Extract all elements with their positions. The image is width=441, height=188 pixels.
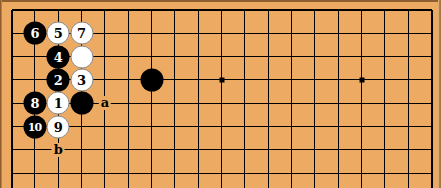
grid-line-v — [104, 10, 105, 22]
grid-line-v — [268, 115, 269, 138]
intersection[interactable] — [327, 92, 350, 115]
intersection[interactable] — [233, 162, 256, 185]
grid-line-v — [408, 45, 409, 68]
intersection[interactable] — [257, 45, 280, 68]
intersection[interactable] — [233, 138, 256, 161]
intersection[interactable] — [350, 92, 373, 115]
intersection[interactable] — [233, 0, 256, 22]
intersection[interactable] — [420, 68, 441, 91]
black-stone: 8 — [23, 92, 46, 115]
grid-line-v — [151, 45, 152, 68]
grid-line-v — [128, 138, 129, 161]
grid-line-v — [338, 10, 339, 22]
intersection[interactable] — [327, 138, 350, 161]
intersection: 10 — [23, 115, 46, 138]
grid-line-v — [361, 185, 362, 188]
intersection[interactable] — [257, 68, 280, 91]
intersection[interactable] — [397, 162, 420, 185]
intersection[interactable] — [303, 162, 326, 185]
grid-line-v — [268, 22, 269, 45]
intersection[interactable] — [397, 92, 420, 115]
intersection[interactable] — [350, 0, 373, 22]
intersection[interactable] — [23, 45, 46, 68]
intersection[interactable] — [280, 22, 303, 45]
intersection[interactable] — [373, 45, 396, 68]
grid-line-v — [104, 185, 105, 188]
goban-grid: 65742381a109b — [0, 0, 441, 188]
intersection[interactable] — [233, 185, 256, 188]
grid-line-v — [11, 92, 13, 115]
black-stone — [70, 92, 93, 115]
intersection[interactable] — [47, 185, 70, 188]
intersection[interactable] — [303, 68, 326, 91]
intersection[interactable] — [257, 0, 280, 22]
grid-line-v — [81, 185, 82, 188]
grid-line-v — [151, 138, 152, 161]
intersection[interactable] — [23, 138, 46, 161]
white-stone — [70, 45, 93, 68]
star-point — [359, 77, 364, 82]
intersection[interactable] — [350, 68, 373, 91]
grid-line-v — [408, 185, 409, 188]
intersection[interactable] — [70, 138, 93, 161]
intersection[interactable] — [280, 185, 303, 188]
intersection[interactable] — [210, 22, 233, 45]
intersection[interactable] — [93, 138, 116, 161]
intersection[interactable] — [397, 0, 420, 22]
intersection[interactable] — [280, 0, 303, 22]
white-stone: 9 — [47, 115, 70, 138]
intersection[interactable] — [350, 185, 373, 188]
grid-line-v — [361, 10, 362, 22]
black-stone: 6 — [23, 22, 46, 45]
intersection[interactable]: b — [47, 138, 70, 161]
intersection[interactable] — [210, 92, 233, 115]
intersection[interactable] — [0, 115, 23, 138]
intersection[interactable] — [187, 115, 210, 138]
intersection[interactable] — [210, 138, 233, 161]
intersection[interactable] — [163, 68, 186, 91]
grid-line-h — [12, 9, 24, 11]
intersection[interactable] — [187, 138, 210, 161]
grid-line-v — [384, 10, 385, 22]
intersection: 2 — [47, 68, 70, 91]
intersection[interactable] — [93, 22, 116, 45]
grid-line-v — [104, 45, 105, 68]
intersection[interactable] — [163, 0, 186, 22]
grid-line-v — [431, 45, 433, 68]
grid-line-v — [221, 45, 222, 68]
grid-line-v — [338, 162, 339, 185]
intersection[interactable] — [280, 45, 303, 68]
grid-line-h — [12, 149, 24, 150]
grid-line-v — [221, 185, 222, 188]
grid-line-h — [12, 33, 24, 34]
grid-line-v — [291, 45, 292, 68]
point-label: a — [99, 96, 111, 110]
intersection[interactable] — [420, 185, 441, 188]
intersection[interactable] — [117, 22, 140, 45]
intersection[interactable] — [257, 138, 280, 161]
intersection[interactable] — [350, 22, 373, 45]
grid-line-v — [81, 10, 82, 22]
intersection[interactable] — [117, 92, 140, 115]
grid-line-v — [58, 162, 59, 185]
grid-line-v — [408, 162, 409, 185]
intersection[interactable]: a — [93, 92, 116, 115]
intersection[interactable] — [140, 92, 163, 115]
intersection[interactable] — [187, 162, 210, 185]
intersection[interactable] — [187, 22, 210, 45]
intersection[interactable] — [23, 162, 46, 185]
intersection[interactable] — [140, 162, 163, 185]
intersection[interactable] — [0, 0, 23, 22]
grid-line-v — [431, 162, 433, 185]
intersection[interactable] — [117, 162, 140, 185]
grid-line-v — [361, 45, 362, 68]
grid-line-v — [268, 185, 269, 188]
grid-line-v — [408, 22, 409, 45]
intersection[interactable] — [397, 45, 420, 68]
intersection[interactable] — [373, 68, 396, 91]
intersection[interactable] — [210, 185, 233, 188]
intersection[interactable] — [93, 185, 116, 188]
grid-line-v — [34, 45, 35, 68]
intersection[interactable] — [93, 68, 116, 91]
grid-line-v — [361, 115, 362, 138]
grid-line-h — [12, 56, 24, 57]
grid-line-v — [291, 22, 292, 45]
grid-line-v — [198, 162, 199, 185]
intersection[interactable] — [420, 0, 441, 22]
intersection[interactable] — [233, 45, 256, 68]
intersection: 6 — [23, 22, 46, 45]
intersection[interactable] — [373, 0, 396, 22]
intersection[interactable] — [140, 45, 163, 68]
grid-line-v — [431, 115, 433, 138]
intersection[interactable] — [23, 185, 46, 188]
intersection[interactable] — [93, 45, 116, 68]
grid-line-v — [198, 92, 199, 115]
grid-line-v — [291, 10, 292, 22]
intersection[interactable] — [233, 115, 256, 138]
intersection[interactable] — [210, 0, 233, 22]
grid-line-v — [174, 45, 175, 68]
white-stone: 7 — [70, 22, 93, 45]
intersection[interactable] — [117, 0, 140, 22]
intersection[interactable] — [420, 162, 441, 185]
intersection[interactable] — [163, 185, 186, 188]
intersection[interactable] — [303, 92, 326, 115]
grid-line-v — [34, 68, 35, 91]
intersection[interactable] — [140, 115, 163, 138]
intersection[interactable] — [303, 0, 326, 22]
intersection[interactable] — [303, 45, 326, 68]
intersection[interactable] — [117, 185, 140, 188]
grid-line-h — [12, 79, 24, 80]
intersection[interactable] — [187, 68, 210, 91]
intersection[interactable] — [163, 92, 186, 115]
intersection[interactable] — [373, 115, 396, 138]
grid-line-v — [151, 10, 152, 22]
grid-line-h — [12, 126, 24, 127]
grid-line-v — [384, 92, 385, 115]
grid-line-v — [128, 22, 129, 45]
grid-line-v — [268, 45, 269, 68]
intersection[interactable] — [140, 0, 163, 22]
grid-line-v — [314, 68, 315, 91]
intersection[interactable] — [420, 115, 441, 138]
intersection[interactable] — [0, 138, 23, 161]
intersection[interactable] — [233, 92, 256, 115]
intersection[interactable] — [0, 22, 23, 45]
grid-line-v — [244, 68, 245, 91]
intersection[interactable] — [257, 162, 280, 185]
intersection[interactable] — [420, 45, 441, 68]
white-stone: 5 — [47, 22, 70, 45]
intersection — [140, 68, 163, 91]
intersection[interactable] — [327, 162, 350, 185]
grid-line-v — [291, 138, 292, 161]
grid-line-v — [198, 115, 199, 138]
intersection[interactable] — [350, 45, 373, 68]
intersection[interactable] — [280, 115, 303, 138]
grid-line-v — [34, 162, 35, 185]
white-stone: 1 — [47, 92, 70, 115]
intersection[interactable] — [303, 185, 326, 188]
grid-line-v — [408, 68, 409, 91]
intersection: 5 — [47, 22, 70, 45]
grid-line-v — [104, 115, 105, 138]
grid-line-v — [11, 162, 13, 185]
grid-line-v — [198, 68, 199, 91]
intersection[interactable] — [140, 22, 163, 45]
grid-line-v — [314, 92, 315, 115]
intersection[interactable] — [257, 185, 280, 188]
intersection[interactable] — [397, 138, 420, 161]
grid-line-v — [174, 115, 175, 138]
intersection — [70, 92, 93, 115]
grid-line-v — [34, 10, 35, 22]
grid-line-v — [431, 68, 433, 91]
grid-line-v — [244, 10, 245, 22]
grid-line-v — [151, 185, 152, 188]
grid-line-v — [128, 92, 129, 115]
white-stone: 3 — [70, 68, 93, 91]
grid-line-v — [34, 138, 35, 161]
grid-line-v — [431, 185, 433, 188]
intersection[interactable] — [210, 45, 233, 68]
intersection[interactable] — [23, 0, 46, 22]
star-point — [219, 77, 224, 82]
intersection[interactable] — [373, 138, 396, 161]
intersection[interactable] — [187, 0, 210, 22]
grid-line-v — [361, 138, 362, 161]
grid-line-v — [104, 68, 105, 91]
grid-line-v — [151, 162, 152, 185]
grid-line-v — [58, 10, 59, 22]
grid-line-v — [314, 22, 315, 45]
intersection[interactable] — [327, 22, 350, 45]
grid-line-v — [314, 45, 315, 68]
intersection[interactable] — [397, 115, 420, 138]
intersection[interactable] — [0, 162, 23, 185]
intersection[interactable] — [0, 92, 23, 115]
intersection — [70, 45, 93, 68]
intersection[interactable] — [373, 92, 396, 115]
grid-line-v — [384, 115, 385, 138]
grid-line-v — [58, 185, 59, 188]
grid-line-v — [11, 10, 13, 22]
black-stone: 10 — [23, 115, 46, 138]
grid-line-h — [12, 103, 24, 104]
intersection[interactable] — [373, 185, 396, 188]
intersection[interactable] — [210, 162, 233, 185]
intersection[interactable] — [280, 162, 303, 185]
intersection[interactable] — [70, 0, 93, 22]
intersection: 3 — [70, 68, 93, 91]
intersection[interactable] — [140, 138, 163, 161]
grid-line-v — [384, 185, 385, 188]
grid-line-v — [338, 185, 339, 188]
intersection[interactable] — [350, 115, 373, 138]
intersection[interactable] — [47, 0, 70, 22]
grid-line-v — [291, 185, 292, 188]
grid-line-v — [151, 92, 152, 115]
grid-line-v — [198, 185, 199, 188]
grid-line-v — [174, 162, 175, 185]
intersection[interactable] — [303, 138, 326, 161]
grid-line-v — [291, 68, 292, 91]
intersection[interactable] — [420, 92, 441, 115]
grid-line-v — [408, 92, 409, 115]
intersection[interactable] — [303, 115, 326, 138]
intersection[interactable] — [117, 68, 140, 91]
grid-line-v — [244, 185, 245, 188]
intersection[interactable] — [350, 162, 373, 185]
intersection[interactable] — [373, 22, 396, 45]
intersection[interactable] — [70, 162, 93, 185]
grid-line-v — [128, 45, 129, 68]
grid-line-v — [11, 185, 13, 188]
grid-line-v — [361, 162, 362, 185]
intersection[interactable] — [420, 138, 441, 161]
intersection[interactable] — [117, 45, 140, 68]
intersection[interactable] — [187, 92, 210, 115]
grid-line-v — [338, 115, 339, 138]
grid-line-v — [221, 138, 222, 161]
grid-line-v — [104, 138, 105, 161]
intersection[interactable] — [140, 185, 163, 188]
grid-line-v — [198, 138, 199, 161]
grid-line-v — [174, 185, 175, 188]
intersection[interactable] — [0, 185, 23, 188]
intersection[interactable] — [350, 138, 373, 161]
intersection[interactable] — [233, 68, 256, 91]
grid-line-v — [174, 10, 175, 22]
intersection[interactable] — [397, 68, 420, 91]
intersection[interactable] — [373, 162, 396, 185]
intersection[interactable] — [210, 68, 233, 91]
grid-line-v — [221, 162, 222, 185]
grid-line-v — [198, 22, 199, 45]
intersection[interactable] — [163, 138, 186, 161]
intersection[interactable] — [163, 45, 186, 68]
intersection[interactable] — [117, 138, 140, 161]
intersection[interactable] — [0, 45, 23, 68]
grid-line-v — [384, 138, 385, 161]
intersection[interactable] — [280, 138, 303, 161]
intersection[interactable] — [280, 68, 303, 91]
grid-line-v — [431, 10, 433, 22]
grid-line-v — [268, 68, 269, 91]
intersection[interactable] — [327, 185, 350, 188]
black-stone: 2 — [47, 68, 70, 91]
grid-line-v — [244, 92, 245, 115]
intersection[interactable] — [70, 115, 93, 138]
intersection[interactable] — [327, 0, 350, 22]
grid-line-v — [81, 162, 82, 185]
intersection[interactable] — [257, 115, 280, 138]
grid-line-v — [174, 22, 175, 45]
grid-line-v — [174, 68, 175, 91]
intersection[interactable] — [93, 115, 116, 138]
grid-line-v — [314, 10, 315, 22]
grid-line-v — [291, 162, 292, 185]
grid-line-v — [338, 22, 339, 45]
intersection[interactable] — [420, 22, 441, 45]
intersection[interactable] — [397, 185, 420, 188]
intersection[interactable] — [210, 115, 233, 138]
intersection[interactable] — [257, 92, 280, 115]
grid-line-v — [361, 92, 362, 115]
intersection[interactable] — [327, 45, 350, 68]
grid-line-v — [174, 138, 175, 161]
grid-line-v — [268, 162, 269, 185]
intersection[interactable] — [163, 162, 186, 185]
intersection: 4 — [47, 45, 70, 68]
intersection[interactable] — [233, 22, 256, 45]
intersection[interactable] — [397, 22, 420, 45]
intersection[interactable] — [93, 162, 116, 185]
grid-line-v — [314, 162, 315, 185]
intersection[interactable] — [187, 45, 210, 68]
intersection: 9 — [47, 115, 70, 138]
intersection[interactable] — [303, 22, 326, 45]
intersection[interactable] — [163, 115, 186, 138]
grid-line-v — [221, 22, 222, 45]
intersection[interactable] — [327, 68, 350, 91]
intersection[interactable] — [0, 68, 23, 91]
intersection[interactable] — [117, 115, 140, 138]
intersection[interactable] — [93, 0, 116, 22]
grid-line-v — [244, 115, 245, 138]
intersection[interactable] — [163, 22, 186, 45]
intersection[interactable] — [187, 185, 210, 188]
grid-line-v — [314, 138, 315, 161]
black-stone — [140, 68, 163, 91]
grid-line-v — [408, 10, 409, 22]
intersection[interactable] — [280, 92, 303, 115]
grid-line-v — [11, 45, 13, 68]
intersection[interactable] — [23, 68, 46, 91]
intersection[interactable] — [70, 185, 93, 188]
intersection[interactable] — [47, 162, 70, 185]
black-stone: 4 — [47, 45, 70, 68]
intersection[interactable] — [257, 22, 280, 45]
grid-line-v — [198, 10, 199, 22]
intersection[interactable] — [327, 115, 350, 138]
